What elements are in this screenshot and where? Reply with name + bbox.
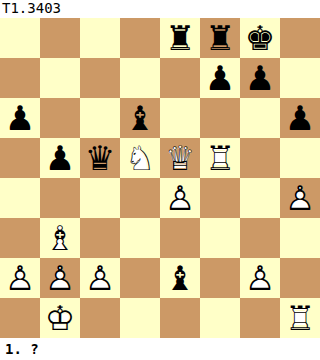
piece-white-rook-icon: ♖ bbox=[280, 298, 320, 338]
piece-black-pawn-icon: ♟ bbox=[240, 58, 280, 98]
piece-black-rook-icon: ♜ bbox=[160, 18, 200, 58]
piece-white-rook-icon: ♖ bbox=[200, 138, 240, 178]
square-f1[interactable] bbox=[200, 298, 240, 338]
square-e3[interactable] bbox=[160, 218, 200, 258]
square-a5[interactable] bbox=[0, 138, 40, 178]
piece-black-king-icon: ♚ bbox=[240, 18, 280, 58]
square-h7[interactable] bbox=[280, 58, 320, 98]
square-b2[interactable]: ♟♙ bbox=[40, 258, 80, 298]
square-g2[interactable]: ♟♙ bbox=[240, 258, 280, 298]
piece-black-rook-icon: ♜ bbox=[200, 18, 240, 58]
piece-white-pawn-icon: ♙ bbox=[240, 258, 280, 298]
white-pawn-fill: ♟ bbox=[281, 179, 320, 218]
piece-black-pawn-icon: ♟ bbox=[40, 138, 80, 178]
square-g4[interactable] bbox=[240, 178, 280, 218]
square-g7[interactable]: ♟ bbox=[240, 58, 280, 98]
square-g8[interactable]: ♚ bbox=[240, 18, 280, 58]
square-g5[interactable] bbox=[240, 138, 280, 178]
square-d6[interactable]: ♝ bbox=[120, 98, 160, 138]
white-pawn-fill: ♟ bbox=[161, 179, 200, 218]
square-f2[interactable] bbox=[200, 258, 240, 298]
square-h4[interactable]: ♟♙ bbox=[280, 178, 320, 218]
piece-white-pawn-icon: ♙ bbox=[280, 178, 320, 218]
square-g3[interactable] bbox=[240, 218, 280, 258]
square-d3[interactable] bbox=[120, 218, 160, 258]
piece-black-pawn-icon: ♟ bbox=[200, 58, 240, 98]
square-b7[interactable] bbox=[40, 58, 80, 98]
piece-black-pawn-icon: ♟ bbox=[280, 98, 320, 138]
piece-white-king-icon: ♔ bbox=[40, 298, 80, 338]
square-c4[interactable] bbox=[80, 178, 120, 218]
square-e4[interactable]: ♟♙ bbox=[160, 178, 200, 218]
square-c5[interactable]: ♛ bbox=[80, 138, 120, 178]
white-rook-fill: ♜ bbox=[201, 139, 240, 178]
square-e2[interactable]: ♝ bbox=[160, 258, 200, 298]
piece-white-bishop-icon: ♗ bbox=[40, 218, 80, 258]
square-f7[interactable]: ♟ bbox=[200, 58, 240, 98]
white-pawn-fill: ♟ bbox=[41, 259, 80, 298]
square-a4[interactable] bbox=[0, 178, 40, 218]
square-d8[interactable] bbox=[120, 18, 160, 58]
piece-white-queen-icon: ♕ bbox=[160, 138, 200, 178]
white-bishop-fill: ♝ bbox=[41, 219, 80, 258]
square-a6[interactable]: ♟ bbox=[0, 98, 40, 138]
square-e1[interactable] bbox=[160, 298, 200, 338]
piece-white-pawn-icon: ♙ bbox=[80, 258, 120, 298]
piece-white-pawn-icon: ♙ bbox=[40, 258, 80, 298]
white-pawn-fill: ♟ bbox=[81, 259, 120, 298]
square-d4[interactable] bbox=[120, 178, 160, 218]
piece-white-knight-icon: ♘ bbox=[120, 138, 160, 178]
piece-black-pawn-icon: ♟ bbox=[0, 98, 40, 138]
square-g1[interactable] bbox=[240, 298, 280, 338]
square-a1[interactable] bbox=[0, 298, 40, 338]
square-d7[interactable] bbox=[120, 58, 160, 98]
square-b8[interactable] bbox=[40, 18, 80, 58]
move-prompt: 1. ? bbox=[0, 338, 320, 360]
chess-board: ♜♜♚♟♟♟♝♟♟♛♞♘♛♕♜♖♟♙♟♙♝♗♟♙♟♙♟♙♝♟♙♚♔♜♖ bbox=[0, 18, 320, 338]
white-king-fill: ♚ bbox=[41, 299, 80, 338]
square-b1[interactable]: ♚♔ bbox=[40, 298, 80, 338]
square-e8[interactable]: ♜ bbox=[160, 18, 200, 58]
square-e7[interactable] bbox=[160, 58, 200, 98]
square-a7[interactable] bbox=[0, 58, 40, 98]
square-f4[interactable] bbox=[200, 178, 240, 218]
square-d1[interactable] bbox=[120, 298, 160, 338]
square-c1[interactable] bbox=[80, 298, 120, 338]
square-h5[interactable] bbox=[280, 138, 320, 178]
square-b4[interactable] bbox=[40, 178, 80, 218]
piece-white-pawn-icon: ♙ bbox=[0, 258, 40, 298]
square-c6[interactable] bbox=[80, 98, 120, 138]
square-b3[interactable]: ♝♗ bbox=[40, 218, 80, 258]
square-h8[interactable] bbox=[280, 18, 320, 58]
square-d2[interactable] bbox=[120, 258, 160, 298]
white-rook-fill: ♜ bbox=[281, 299, 320, 338]
piece-white-pawn-icon: ♙ bbox=[160, 178, 200, 218]
puzzle-id: T1.3403 bbox=[0, 0, 320, 18]
square-b6[interactable] bbox=[40, 98, 80, 138]
piece-black-queen-icon: ♛ bbox=[80, 138, 120, 178]
square-f5[interactable]: ♜♖ bbox=[200, 138, 240, 178]
square-h2[interactable] bbox=[280, 258, 320, 298]
square-f6[interactable] bbox=[200, 98, 240, 138]
square-c7[interactable] bbox=[80, 58, 120, 98]
square-f3[interactable] bbox=[200, 218, 240, 258]
square-e6[interactable] bbox=[160, 98, 200, 138]
square-c3[interactable] bbox=[80, 218, 120, 258]
piece-black-bishop-icon: ♝ bbox=[120, 98, 160, 138]
square-f8[interactable]: ♜ bbox=[200, 18, 240, 58]
white-pawn-fill: ♟ bbox=[241, 259, 280, 298]
piece-black-bishop-icon: ♝ bbox=[160, 258, 200, 298]
square-g6[interactable] bbox=[240, 98, 280, 138]
white-queen-fill: ♛ bbox=[161, 139, 200, 178]
square-a2[interactable]: ♟♙ bbox=[0, 258, 40, 298]
square-b5[interactable]: ♟ bbox=[40, 138, 80, 178]
square-h6[interactable]: ♟ bbox=[280, 98, 320, 138]
square-a8[interactable] bbox=[0, 18, 40, 58]
square-c2[interactable]: ♟♙ bbox=[80, 258, 120, 298]
square-a3[interactable] bbox=[0, 218, 40, 258]
square-e5[interactable]: ♛♕ bbox=[160, 138, 200, 178]
white-knight-fill: ♞ bbox=[121, 139, 160, 178]
square-c8[interactable] bbox=[80, 18, 120, 58]
square-h3[interactable] bbox=[280, 218, 320, 258]
square-d5[interactable]: ♞♘ bbox=[120, 138, 160, 178]
white-pawn-fill: ♟ bbox=[1, 259, 40, 298]
square-h1[interactable]: ♜♖ bbox=[280, 298, 320, 338]
